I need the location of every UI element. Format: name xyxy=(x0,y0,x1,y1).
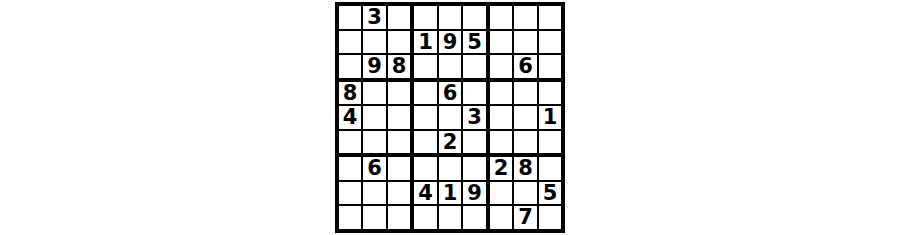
sudoku-cell-r6c5[interactable]: 2 xyxy=(439,131,464,158)
sudoku-cell-r7c6[interactable] xyxy=(463,157,490,182)
sudoku-cell-r9c4[interactable] xyxy=(414,206,439,229)
sudoku-cell-r1c5[interactable] xyxy=(439,6,464,31)
cell-value: 2 xyxy=(443,131,458,152)
sudoku-cell-r2c3[interactable] xyxy=(388,31,415,56)
sudoku-cell-r8c7[interactable] xyxy=(490,182,515,207)
cell-value: 1 xyxy=(418,31,433,52)
sudoku-cell-r2c2[interactable] xyxy=(363,31,388,56)
sudoku-cell-r3c1[interactable] xyxy=(339,55,364,82)
cell-value: 8 xyxy=(518,158,533,179)
sudoku-cell-r9c6[interactable] xyxy=(463,206,490,229)
sudoku-cell-r7c7[interactable]: 2 xyxy=(490,157,515,182)
sudoku-cell-r3c2[interactable]: 9 xyxy=(363,55,388,82)
cell-value: 2 xyxy=(494,158,509,179)
sudoku-cell-r7c1[interactable] xyxy=(339,157,364,182)
sudoku-cell-r7c9[interactable] xyxy=(539,157,562,182)
sudoku-cell-r2c8[interactable] xyxy=(514,31,539,56)
cell-value: 9 xyxy=(467,182,482,203)
sudoku-cell-r7c4[interactable] xyxy=(414,157,439,182)
sudoku-cell-r1c7[interactable] xyxy=(490,6,515,31)
sudoku-cell-r3c3[interactable]: 8 xyxy=(388,55,415,82)
sudoku-cell-r4c8[interactable] xyxy=(514,82,539,107)
cell-value: 3 xyxy=(467,107,482,128)
sudoku-cell-r7c8[interactable]: 8 xyxy=(514,157,539,182)
sudoku-cell-r5c2[interactable] xyxy=(363,106,388,131)
sudoku-cell-r5c1[interactable]: 4 xyxy=(339,106,364,131)
sudoku-cell-r9c8[interactable]: 7 xyxy=(514,206,539,229)
cell-value: 8 xyxy=(392,56,407,77)
sudoku-cell-r5c9[interactable]: 1 xyxy=(539,106,562,131)
cell-value: 4 xyxy=(343,107,358,128)
sudoku-cell-r6c2[interactable] xyxy=(363,131,388,158)
cell-value: 9 xyxy=(367,56,382,77)
cell-value: 1 xyxy=(443,182,458,203)
sudoku-cell-r1c9[interactable] xyxy=(539,6,562,31)
cell-value: 6 xyxy=(443,82,458,103)
sudoku-cell-r5c7[interactable] xyxy=(490,106,515,131)
sudoku-cell-r8c5[interactable]: 1 xyxy=(439,182,464,207)
sudoku-cell-r7c2[interactable]: 6 xyxy=(363,157,388,182)
sudoku-cell-r1c1[interactable] xyxy=(339,6,364,31)
sudoku-cell-r6c8[interactable] xyxy=(514,131,539,158)
sudoku-cell-r1c4[interactable] xyxy=(414,6,439,31)
sudoku-cell-r4c4[interactable] xyxy=(414,82,439,107)
sudoku-cell-r7c3[interactable] xyxy=(388,157,415,182)
sudoku-cell-r3c9[interactable] xyxy=(539,55,562,82)
sudoku-cell-r3c8[interactable]: 6 xyxy=(514,55,539,82)
sudoku-cell-r4c2[interactable] xyxy=(363,82,388,107)
sudoku-cell-r5c5[interactable] xyxy=(439,106,464,131)
cell-value: 4 xyxy=(418,182,433,203)
sudoku-cell-r9c3[interactable] xyxy=(388,206,415,229)
sudoku-cell-r2c9[interactable] xyxy=(539,31,562,56)
sudoku-cell-r5c3[interactable] xyxy=(388,106,415,131)
sudoku-cell-r6c7[interactable] xyxy=(490,131,515,158)
sudoku-cell-r8c9[interactable]: 5 xyxy=(539,182,562,207)
sudoku-cell-r4c5[interactable]: 6 xyxy=(439,82,464,107)
sudoku-cell-r8c3[interactable] xyxy=(388,182,415,207)
cell-value: 7 xyxy=(518,207,533,228)
sudoku-cell-r5c8[interactable] xyxy=(514,106,539,131)
sudoku-cell-r2c6[interactable]: 5 xyxy=(463,31,490,56)
sudoku-cell-r4c7[interactable] xyxy=(490,82,515,107)
sudoku-cell-r1c2[interactable]: 3 xyxy=(363,6,388,31)
sudoku-cell-r1c6[interactable] xyxy=(463,6,490,31)
cell-value: 6 xyxy=(367,158,382,179)
cell-value: 3 xyxy=(367,7,382,28)
sudoku-cell-r9c2[interactable] xyxy=(363,206,388,229)
sudoku-cell-r4c9[interactable] xyxy=(539,82,562,107)
sudoku-cell-r4c1[interactable]: 8 xyxy=(339,82,364,107)
sudoku-cell-r6c4[interactable] xyxy=(414,131,439,158)
cell-value: 8 xyxy=(343,82,358,103)
sudoku-cell-r9c9[interactable] xyxy=(539,206,562,229)
cell-value: 6 xyxy=(518,56,533,77)
sudoku-cell-r3c4[interactable] xyxy=(414,55,439,82)
cell-value: 5 xyxy=(467,31,482,52)
sudoku-cell-r6c6[interactable] xyxy=(463,131,490,158)
sudoku-cell-r9c1[interactable] xyxy=(339,206,364,229)
sudoku-cell-r8c1[interactable] xyxy=(339,182,364,207)
sudoku-cell-r2c7[interactable] xyxy=(490,31,515,56)
sudoku-cell-r6c9[interactable] xyxy=(539,131,562,158)
sudoku-cell-r8c2[interactable] xyxy=(363,182,388,207)
sudoku-cell-r9c5[interactable] xyxy=(439,206,464,229)
sudoku-cell-r5c4[interactable] xyxy=(414,106,439,131)
sudoku-cell-r9c7[interactable] xyxy=(490,206,515,229)
sudoku-cell-r8c8[interactable] xyxy=(514,182,539,207)
sudoku-cell-r6c1[interactable] xyxy=(339,131,364,158)
sudoku-cell-r1c3[interactable] xyxy=(388,6,415,31)
sudoku-cell-r2c5[interactable]: 9 xyxy=(439,31,464,56)
sudoku-cell-r5c6[interactable]: 3 xyxy=(463,106,490,131)
sudoku-cell-r2c4[interactable]: 1 xyxy=(414,31,439,56)
cell-value: 5 xyxy=(543,182,558,203)
sudoku-board: 319598686431262841957 xyxy=(335,2,566,233)
sudoku-cell-r3c6[interactable] xyxy=(463,55,490,82)
sudoku-cell-r7c5[interactable] xyxy=(439,157,464,182)
sudoku-cell-r4c3[interactable] xyxy=(388,82,415,107)
cell-value: 1 xyxy=(543,107,558,128)
sudoku-cell-r3c7[interactable] xyxy=(490,55,515,82)
sudoku-cell-r4c6[interactable] xyxy=(463,82,490,107)
page: 319598686431262841957 xyxy=(0,0,900,235)
sudoku-cell-r6c3[interactable] xyxy=(388,131,415,158)
cell-value: 9 xyxy=(443,31,458,52)
sudoku-cell-r8c4[interactable]: 4 xyxy=(414,182,439,207)
sudoku-cell-r1c8[interactable] xyxy=(514,6,539,31)
sudoku-cell-r3c5[interactable] xyxy=(439,55,464,82)
sudoku-cell-r8c6[interactable]: 9 xyxy=(463,182,490,207)
sudoku-cell-r2c1[interactable] xyxy=(339,31,364,56)
